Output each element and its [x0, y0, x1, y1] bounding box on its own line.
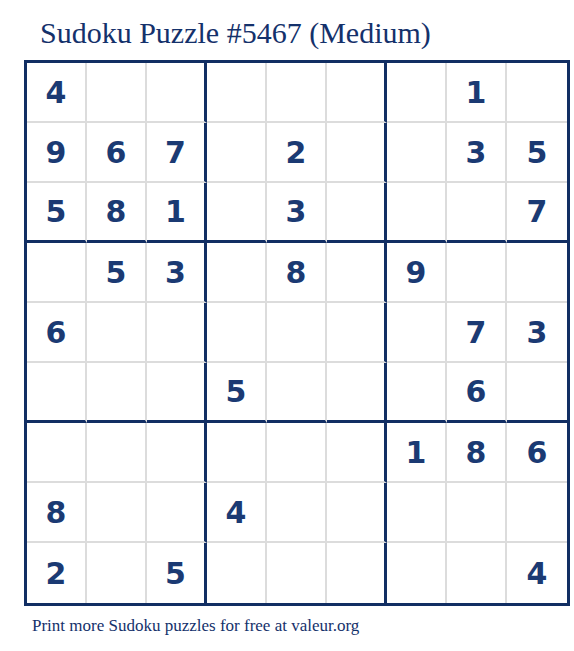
cell-r4c6[interactable]: [327, 243, 387, 303]
cell-r2c3[interactable]: 7: [147, 123, 207, 183]
cell-r9c1[interactable]: 2: [27, 543, 87, 603]
cell-r2c2[interactable]: 6: [87, 123, 147, 183]
cell-r9c4[interactable]: [207, 543, 267, 603]
cell-r1c1[interactable]: 4: [27, 63, 87, 123]
cell-r4c1[interactable]: [27, 243, 87, 303]
cell-r1c2[interactable]: [87, 63, 147, 123]
cell-r6c9[interactable]: [507, 363, 567, 423]
cell-r9c5[interactable]: [267, 543, 327, 603]
cell-r8c2[interactable]: [87, 483, 147, 543]
cell-r5c1[interactable]: 6: [27, 303, 87, 363]
cell-r9c7[interactable]: [387, 543, 447, 603]
cell-r2c8[interactable]: 3: [447, 123, 507, 183]
cell-r2c9[interactable]: 5: [507, 123, 567, 183]
cell-r5c3[interactable]: [147, 303, 207, 363]
cell-r1c8[interactable]: 1: [447, 63, 507, 123]
cell-r6c3[interactable]: [147, 363, 207, 423]
cell-r5c7[interactable]: [387, 303, 447, 363]
cell-r3c3[interactable]: 1: [147, 183, 207, 243]
cell-r2c5[interactable]: 2: [267, 123, 327, 183]
cell-r3c6[interactable]: [327, 183, 387, 243]
cell-r2c6[interactable]: [327, 123, 387, 183]
cell-r2c1[interactable]: 9: [27, 123, 87, 183]
cell-r4c3[interactable]: 3: [147, 243, 207, 303]
cell-r4c2[interactable]: 5: [87, 243, 147, 303]
cell-r7c7[interactable]: 1: [387, 423, 447, 483]
page-title: Sudoku Puzzle #5467 (Medium): [40, 16, 431, 50]
cell-r8c3[interactable]: [147, 483, 207, 543]
cell-r3c4[interactable]: [207, 183, 267, 243]
cell-r2c7[interactable]: [387, 123, 447, 183]
cell-r8c6[interactable]: [327, 483, 387, 543]
cell-r8c5[interactable]: [267, 483, 327, 543]
cell-r3c8[interactable]: [447, 183, 507, 243]
footer-text: Print more Sudoku puzzles for free at va…: [32, 616, 359, 636]
cell-r8c4[interactable]: 4: [207, 483, 267, 543]
cell-r7c2[interactable]: [87, 423, 147, 483]
cell-r7c8[interactable]: 8: [447, 423, 507, 483]
cell-r5c9[interactable]: 3: [507, 303, 567, 363]
cell-r4c4[interactable]: [207, 243, 267, 303]
cell-r1c4[interactable]: [207, 63, 267, 123]
cell-r9c6[interactable]: [327, 543, 387, 603]
cell-r4c9[interactable]: [507, 243, 567, 303]
cell-r6c6[interactable]: [327, 363, 387, 423]
cell-r6c5[interactable]: [267, 363, 327, 423]
cell-r4c8[interactable]: [447, 243, 507, 303]
cell-r9c8[interactable]: [447, 543, 507, 603]
cell-r5c2[interactable]: [87, 303, 147, 363]
cell-r8c7[interactable]: [387, 483, 447, 543]
cell-r7c1[interactable]: [27, 423, 87, 483]
cell-r3c1[interactable]: 5: [27, 183, 87, 243]
cell-r2c4[interactable]: [207, 123, 267, 183]
cell-r7c4[interactable]: [207, 423, 267, 483]
cell-r6c2[interactable]: [87, 363, 147, 423]
sudoku-page: Sudoku Puzzle #5467 (Medium) 41967235581…: [0, 0, 574, 651]
cell-r4c5[interactable]: 8: [267, 243, 327, 303]
cell-r5c8[interactable]: 7: [447, 303, 507, 363]
cell-r9c2[interactable]: [87, 543, 147, 603]
cell-r8c8[interactable]: [447, 483, 507, 543]
cell-r1c5[interactable]: [267, 63, 327, 123]
cell-r5c4[interactable]: [207, 303, 267, 363]
cell-r7c9[interactable]: 6: [507, 423, 567, 483]
cell-r7c5[interactable]: [267, 423, 327, 483]
cell-r5c6[interactable]: [327, 303, 387, 363]
cell-r1c3[interactable]: [147, 63, 207, 123]
cell-r1c6[interactable]: [327, 63, 387, 123]
cell-r6c7[interactable]: [387, 363, 447, 423]
cell-r1c7[interactable]: [387, 63, 447, 123]
cell-r6c8[interactable]: 6: [447, 363, 507, 423]
cell-r3c2[interactable]: 8: [87, 183, 147, 243]
cell-r8c9[interactable]: [507, 483, 567, 543]
sudoku-grid: 419672355813753896735618684254: [24, 60, 570, 606]
cell-r3c5[interactable]: 3: [267, 183, 327, 243]
cell-r7c3[interactable]: [147, 423, 207, 483]
cell-r7c6[interactable]: [327, 423, 387, 483]
cell-r6c1[interactable]: [27, 363, 87, 423]
cell-r3c7[interactable]: [387, 183, 447, 243]
cell-r1c9[interactable]: [507, 63, 567, 123]
cell-r6c4[interactable]: 5: [207, 363, 267, 423]
cell-r3c9[interactable]: 7: [507, 183, 567, 243]
cell-r9c9[interactable]: 4: [507, 543, 567, 603]
cell-r9c3[interactable]: 5: [147, 543, 207, 603]
cell-r4c7[interactable]: 9: [387, 243, 447, 303]
cell-r5c5[interactable]: [267, 303, 327, 363]
cell-r8c1[interactable]: 8: [27, 483, 87, 543]
